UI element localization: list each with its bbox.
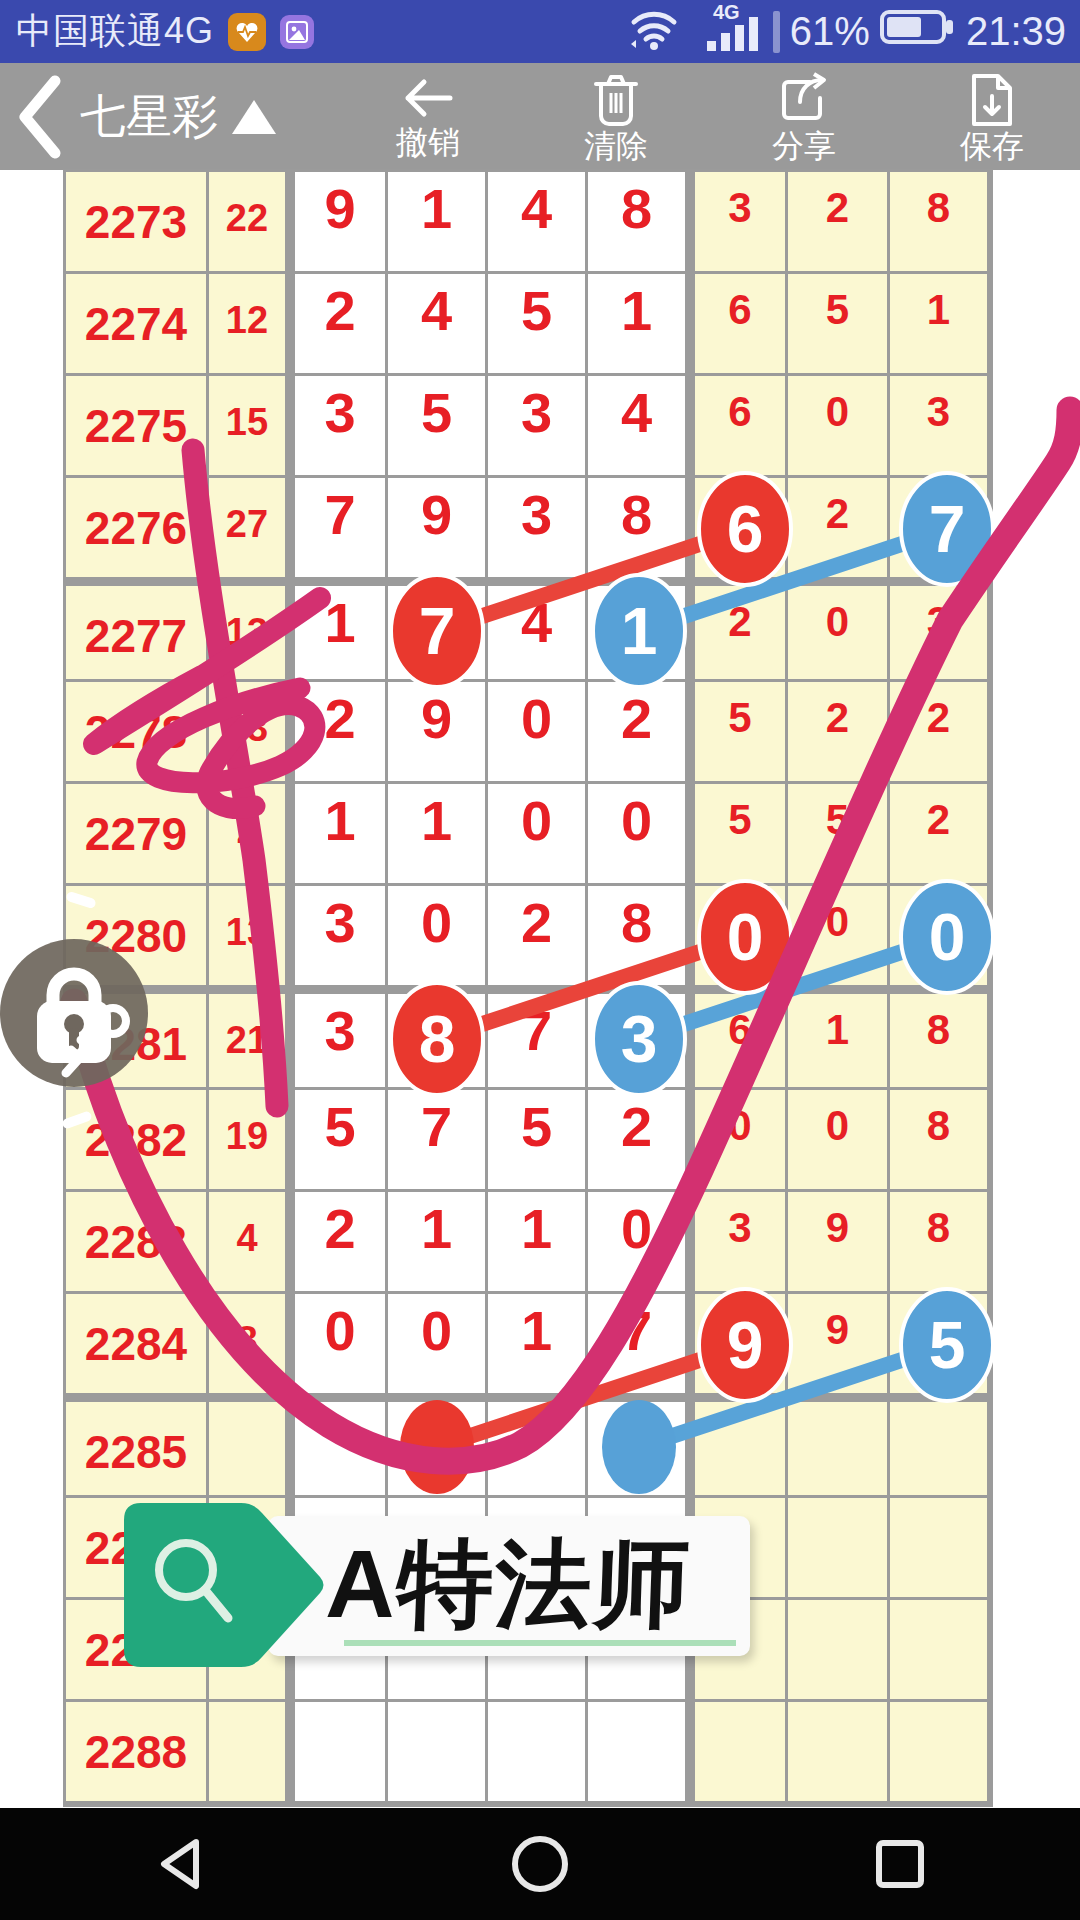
cell-2273-e3: 8 — [890, 172, 990, 274]
cell-2273-sum: 22 — [209, 172, 288, 274]
cell-2279-e3: 2 — [890, 784, 990, 886]
nav-recent-button[interactable] — [840, 1808, 960, 1920]
cell-2284-e2: 9 — [788, 1294, 890, 1396]
cell-2275-sum: 15 — [209, 376, 288, 478]
cell-2281-e3: 8 — [890, 988, 990, 1090]
cell-2281-period: 2281 — [66, 988, 209, 1090]
cell-2278-period: 2278 — [66, 682, 209, 784]
cell-2277-e3: 3 — [890, 580, 990, 682]
cell-2284-e1: 9 — [688, 1294, 788, 1396]
cell-2282-d4: 2 — [588, 1090, 688, 1192]
cell-2286-e2 — [788, 1498, 890, 1600]
cell-2276-d4: 8 — [588, 478, 688, 580]
cell-2279-e1: 5 — [688, 784, 788, 886]
cell-2282-e1: 0 — [688, 1090, 788, 1192]
game-selector[interactable]: 七星彩 — [80, 86, 276, 148]
cell-2284-sum: 8 — [209, 1294, 288, 1396]
share-icon — [776, 72, 832, 128]
drawing-toolbar: 七星彩 撤销 清除 — [0, 63, 1080, 170]
cell-2277-sum: 13 — [209, 580, 288, 682]
nav-back-button[interactable] — [120, 1808, 240, 1920]
cell-2275-d1: 3 — [288, 376, 388, 478]
cell-2273-e2: 2 — [788, 172, 890, 274]
cell-2273-period: 2273 — [66, 172, 209, 274]
svg-text:4G: 4G — [713, 1, 740, 23]
undo-button[interactable]: 撤销 — [368, 72, 488, 162]
clock-label: 21:39 — [966, 9, 1066, 54]
battery-percent-label: 61% — [790, 9, 870, 54]
caret-up-icon — [232, 100, 276, 134]
cell-2274-period: 2274 — [66, 274, 209, 376]
cell-2275-e2: 0 — [788, 376, 890, 478]
cell-2279-sum: 2 — [209, 784, 288, 886]
health-app-icon — [228, 13, 266, 51]
cell-2276-d3: 3 — [488, 478, 588, 580]
cell-2275-d2: 5 — [388, 376, 488, 478]
cell-2283-d4: 0 — [588, 1192, 688, 1294]
cell-2279-period: 2279 — [66, 784, 209, 886]
cell-2284-d3: 1 — [488, 1294, 588, 1396]
cell-2285-d4 — [588, 1396, 688, 1498]
cell-2278-d3: 0 — [488, 682, 588, 784]
back-button[interactable] — [0, 63, 80, 170]
watermark-underline — [344, 1640, 736, 1646]
save-button[interactable]: 保存 — [932, 72, 1052, 162]
cell-2283-e1: 3 — [688, 1192, 788, 1294]
cell-2273-d2: 1 — [388, 172, 488, 274]
cell-2288-e1 — [688, 1702, 788, 1804]
cell-2278-d4: 2 — [588, 682, 688, 784]
cell-2288-e2 — [788, 1702, 890, 1804]
app-screen: 中国联通4G 4G — [0, 0, 1080, 1920]
cell-2284-d2: 0 — [388, 1294, 488, 1396]
cell-2280-d3: 2 — [488, 886, 588, 988]
nav-home-button[interactable] — [480, 1808, 600, 1920]
cell-2274-d3: 5 — [488, 274, 588, 376]
cell-2276-d2: 9 — [388, 478, 488, 580]
cell-2285-e3 — [890, 1396, 990, 1498]
cell-2275-e3: 3 — [890, 376, 990, 478]
cell-2288-sum — [209, 1702, 288, 1804]
cell-2288-d1 — [288, 1702, 388, 1804]
cell-2288-d4 — [588, 1702, 688, 1804]
cell-2283-sum: 4 — [209, 1192, 288, 1294]
cell-2285-d2 — [388, 1396, 488, 1498]
watermark: A特法师 — [96, 1498, 756, 1674]
cell-2284-e3: 5 — [890, 1294, 990, 1396]
clear-button[interactable]: 清除 — [556, 72, 676, 162]
cell-2285-d3 — [488, 1396, 588, 1498]
cell-2288-period: 2288 — [66, 1702, 209, 1804]
cell-2281-d2: 8 — [388, 988, 488, 1090]
cell-2276-e2: 2 — [788, 478, 890, 580]
cell-2285-e1 — [688, 1396, 788, 1498]
cell-2279-d1: 1 — [288, 784, 388, 886]
cell-2277-period: 2277 — [66, 580, 209, 682]
cell-2277-d2: 7 — [388, 580, 488, 682]
cell-2280-e1: 0 — [688, 886, 788, 988]
cell-2282-d2: 7 — [388, 1090, 488, 1192]
cell-2280-d4: 8 — [588, 886, 688, 988]
cell-2274-d2: 4 — [388, 274, 488, 376]
android-nav-bar — [0, 1808, 1080, 1920]
cell-2281-d4: 3 — [588, 988, 688, 1090]
gallery-app-icon — [280, 15, 314, 49]
cell-2281-e1: 6 — [688, 988, 788, 1090]
cell-2285-d1 — [288, 1396, 388, 1498]
cell-2286-e3 — [890, 1498, 990, 1600]
cell-2273-e1: 3 — [688, 172, 788, 274]
cell-2280-period: 2280 — [66, 886, 209, 988]
cell-2276-sum: 27 — [209, 478, 288, 580]
cell-2283-d3: 1 — [488, 1192, 588, 1294]
cell-2279-d3: 0 — [488, 784, 588, 886]
cell-2275-period: 2275 — [66, 376, 209, 478]
cell-2284-d4: 7 — [588, 1294, 688, 1396]
cell-2278-e2: 2 — [788, 682, 890, 784]
cell-2285-sum — [209, 1396, 288, 1498]
signal-4g-icon: 4G — [691, 1, 763, 62]
cell-2274-d1: 2 — [288, 274, 388, 376]
cell-2287-e3 — [890, 1600, 990, 1702]
cell-2280-e3: 0 — [890, 886, 990, 988]
cell-2275-e1: 6 — [688, 376, 788, 478]
cell-2278-e1: 5 — [688, 682, 788, 784]
cell-2282-d1: 5 — [288, 1090, 388, 1192]
cell-2277-d3: 4 — [488, 580, 588, 682]
cell-2280-d1: 3 — [288, 886, 388, 988]
cell-2283-d1: 2 — [288, 1192, 388, 1294]
cell-2282-period: 2282 — [66, 1090, 209, 1192]
cell-2284-d1: 0 — [288, 1294, 388, 1396]
cell-2280-d2: 0 — [388, 886, 488, 988]
undo-arrow-icon — [398, 72, 458, 124]
cell-2278-d1: 2 — [288, 682, 388, 784]
cell-2277-d4: 1 — [588, 580, 688, 682]
cell-2283-e3: 8 — [890, 1192, 990, 1294]
cell-2276-e3: 7 — [890, 478, 990, 580]
cell-2273-d1: 9 — [288, 172, 388, 274]
cell-2282-sum: 19 — [209, 1090, 288, 1192]
cell-2273-d4: 8 — [588, 172, 688, 274]
cell-2282-d3: 5 — [488, 1090, 588, 1192]
cell-2274-e2: 5 — [788, 274, 890, 376]
cell-2273-d3: 4 — [488, 172, 588, 274]
cell-2284-period: 2284 — [66, 1294, 209, 1396]
cell-2274-e3: 1 — [890, 274, 990, 376]
cell-2281-e2: 1 — [788, 988, 890, 1090]
cell-2274-e1: 6 — [688, 274, 788, 376]
wifi-icon — [623, 4, 681, 59]
cell-2285-period: 2285 — [66, 1396, 209, 1498]
cell-2285-e2 — [788, 1396, 890, 1498]
cell-2281-d1: 3 — [288, 988, 388, 1090]
cell-2287-e2 — [788, 1600, 890, 1702]
cell-2283-period: 2283 — [66, 1192, 209, 1294]
cell-2276-period: 2276 — [66, 478, 209, 580]
cell-2282-e2: 0 — [788, 1090, 890, 1192]
cell-2279-d2: 1 — [388, 784, 488, 886]
share-button[interactable]: 分享 — [744, 72, 864, 162]
cell-2282-e3: 8 — [890, 1090, 990, 1192]
cell-2275-d3: 3 — [488, 376, 588, 478]
cell-2279-d4: 0 — [588, 784, 688, 886]
cell-2277-e1: 2 — [688, 580, 788, 682]
cell-2278-sum: 13 — [209, 682, 288, 784]
cell-2279-e2: 5 — [788, 784, 890, 886]
cell-2283-e2: 9 — [788, 1192, 890, 1294]
cell-2277-e2: 0 — [788, 580, 890, 682]
cell-2281-sum: 21 — [209, 988, 288, 1090]
cell-2288-d2 — [388, 1702, 488, 1804]
page-title: 七星彩 — [80, 86, 218, 148]
cell-2281-d3: 7 — [488, 988, 588, 1090]
cell-2288-d3 — [488, 1702, 588, 1804]
cell-2275-d4: 4 — [588, 376, 688, 478]
cell-2274-sum: 12 — [209, 274, 288, 376]
cell-2276-d1: 7 — [288, 478, 388, 580]
battery-icon — [880, 7, 956, 56]
cell-2278-e3: 2 — [890, 682, 990, 784]
cell-2280-sum: 13 — [209, 886, 288, 988]
cell-2280-e2: 0 — [788, 886, 890, 988]
trash-icon — [590, 72, 642, 128]
cell-2277-d1: 1 — [288, 580, 388, 682]
cell-2276-e1: 6 — [688, 478, 788, 580]
cell-2278-d2: 9 — [388, 682, 488, 784]
watermark-text: A特法师 — [324, 1521, 694, 1651]
cell-2283-d2: 1 — [388, 1192, 488, 1294]
status-divider — [773, 11, 780, 53]
carrier-label: 中国联通4G — [16, 7, 214, 56]
cell-2288-e3 — [890, 1702, 990, 1804]
watermark-badge — [96, 1498, 346, 1674]
save-file-icon — [968, 72, 1016, 128]
cell-2274-d4: 1 — [588, 274, 688, 376]
status-bar: 中国联通4G 4G — [0, 0, 1080, 63]
